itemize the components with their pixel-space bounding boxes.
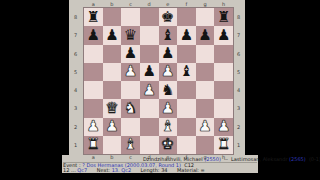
rank-label-1: 1 — [71, 136, 80, 154]
text-segment: 12 ... — [63, 167, 77, 173]
video-frame: abcdefgh 87654321 87654321 ♜♚♜♟♟♛♝♟♟♟♟♟♟… — [0, 0, 320, 180]
moves-line: 12 ... Qc7 Next: 13. Qc2 Length: 34 Mate… — [63, 168, 205, 173]
rank-label-4: 4 — [71, 81, 80, 99]
square-f3 — [177, 99, 196, 117]
piece-black-pawn: ♟ — [124, 46, 137, 61]
square-b2: ♟ — [103, 118, 122, 136]
square-a7: ♟ — [84, 26, 103, 44]
square-a2: ♟ — [84, 118, 103, 136]
rank-label-5: 5 — [71, 63, 80, 81]
square-f1 — [177, 136, 196, 154]
piece-black-bishop: ♝ — [161, 28, 174, 43]
square-g7: ♟ — [196, 26, 215, 44]
square-f5: ♝ — [177, 63, 196, 81]
rank-label-3: 3 — [234, 99, 243, 117]
file-label-b: b — [103, 2, 122, 7]
square-b3: ♛ — [103, 99, 122, 117]
piece-black-bishop: ♝ — [180, 64, 193, 79]
text-segment: Length: 34 Material: = — [131, 167, 205, 173]
file-label-c: c — [121, 2, 140, 7]
piece-black-rook: ♜ — [87, 10, 100, 25]
square-a5 — [84, 63, 103, 81]
square-d8 — [140, 8, 159, 26]
text-segment: Next: — [87, 167, 111, 173]
square-d7 — [140, 26, 159, 44]
file-labels-top: abcdefgh — [84, 2, 233, 7]
square-g1 — [196, 136, 215, 154]
rank-label-1: 1 — [234, 136, 243, 154]
piece-black-pawn: ♟ — [105, 28, 118, 43]
square-d5: ♟ — [140, 63, 159, 81]
square-e2: ♝ — [159, 118, 178, 136]
rank-label-3: 3 — [71, 99, 80, 117]
square-b4 — [103, 81, 122, 99]
square-b5 — [103, 63, 122, 81]
info-panel: abcdefgh Dzindzihashvili, Michael (2550)… — [62, 155, 258, 173]
square-h1: ♜ — [214, 136, 233, 154]
square-e3: ♟ — [159, 99, 178, 117]
square-b8 — [103, 8, 122, 26]
piece-black-pawn: ♟ — [180, 28, 193, 43]
square-e8: ♚ — [159, 8, 178, 26]
file-label-d: d — [140, 2, 159, 7]
square-c5: ♟ — [121, 63, 140, 81]
file-label-h: h — [214, 2, 233, 7]
square-g8 — [196, 8, 215, 26]
square-f6 — [177, 45, 196, 63]
piece-black-pawn: ♟ — [217, 28, 230, 43]
piece-black-rook: ♜ — [217, 10, 230, 25]
rank-label-6: 6 — [234, 45, 243, 63]
square-b7: ♟ — [103, 26, 122, 44]
square-g5 — [196, 63, 215, 81]
piece-black-pawn: ♟ — [198, 28, 211, 43]
square-d3 — [140, 99, 159, 117]
rank-label-2: 2 — [234, 118, 243, 136]
rank-label-2: 2 — [71, 118, 80, 136]
square-e6: ♟ — [159, 45, 178, 63]
square-d1 — [140, 136, 159, 154]
rank-label-8: 8 — [234, 8, 243, 26]
square-e4: ♞ — [159, 81, 178, 99]
file-label-b: b — [103, 155, 122, 160]
square-b6 — [103, 45, 122, 63]
square-h2: ♟ — [214, 118, 233, 136]
file-label-a: a — [84, 155, 103, 160]
square-c1: ♝ — [121, 136, 140, 154]
piece-white-pawn: ♟ — [87, 119, 100, 134]
square-c6: ♟ — [121, 45, 140, 63]
square-a4 — [84, 81, 103, 99]
square-f7: ♟ — [177, 26, 196, 44]
square-c2 — [121, 118, 140, 136]
square-h8: ♜ — [214, 8, 233, 26]
square-a1: ♜ — [84, 136, 103, 154]
piece-white-rook: ♜ — [87, 137, 100, 152]
piece-white-pawn: ♟ — [161, 64, 174, 79]
square-c7: ♛ — [121, 26, 140, 44]
square-a6 — [84, 45, 103, 63]
piece-white-knight: ♞ — [124, 101, 137, 116]
square-f8 — [177, 8, 196, 26]
piece-black-queen: ♛ — [124, 28, 137, 43]
chess-board: ♜♚♜♟♟♛♝♟♟♟♟♟♟♟♟♝♟♞♛♞♟♟♟♝♟♟♜♝♚♜ — [84, 8, 233, 154]
piece-white-queen: ♛ — [105, 101, 118, 116]
piece-black-pawn: ♟ — [142, 64, 155, 79]
text-segment: 13. Qc2 — [112, 167, 131, 173]
rank-label-7: 7 — [71, 26, 80, 44]
rank-label-6: 6 — [71, 45, 80, 63]
square-c8 — [121, 8, 140, 26]
square-a8: ♜ — [84, 8, 103, 26]
piece-black-pawn: ♟ — [161, 46, 174, 61]
piece-white-king: ♚ — [161, 137, 174, 152]
square-a3 — [84, 99, 103, 117]
board-panel: abcdefgh 87654321 87654321 ♜♚♜♟♟♛♝♟♟♟♟♟♟… — [69, 0, 245, 155]
rank-label-8: 8 — [71, 8, 80, 26]
square-h5 — [214, 63, 233, 81]
square-g3 — [196, 99, 215, 117]
file-label-e: e — [159, 2, 178, 7]
square-d2 — [140, 118, 159, 136]
piece-white-bishop: ♝ — [161, 119, 174, 134]
rank-labels-left: 87654321 — [71, 8, 80, 154]
square-g2: ♟ — [196, 118, 215, 136]
rank-labels-right: 87654321 — [234, 8, 243, 154]
piece-white-pawn: ♟ — [217, 119, 230, 134]
square-h6 — [214, 45, 233, 63]
piece-white-pawn: ♟ — [198, 119, 211, 134]
square-e7: ♝ — [159, 26, 178, 44]
square-f2 — [177, 118, 196, 136]
piece-white-rook: ♜ — [217, 137, 230, 152]
square-d4: ♟ — [140, 81, 159, 99]
text-segment: (2565) — [289, 156, 306, 162]
square-d6 — [140, 45, 159, 63]
piece-white-pawn: ♟ — [124, 64, 137, 79]
rank-label-7: 7 — [234, 26, 243, 44]
piece-white-pawn: ♟ — [105, 119, 118, 134]
square-c3: ♞ — [121, 99, 140, 117]
square-g6 — [196, 45, 215, 63]
square-b1 — [103, 136, 122, 154]
piece-black-pawn: ♟ — [87, 28, 100, 43]
piece-black-knight: ♞ — [161, 83, 174, 98]
file-label-f: f — [177, 2, 196, 7]
file-label-g: g — [196, 2, 215, 7]
piece-white-pawn: ♟ — [142, 83, 155, 98]
rank-label-4: 4 — [234, 81, 243, 99]
square-f4 — [177, 81, 196, 99]
rank-label-5: 5 — [234, 63, 243, 81]
square-g4 — [196, 81, 215, 99]
square-e1: ♚ — [159, 136, 178, 154]
piece-black-king: ♚ — [161, 10, 174, 25]
square-e5: ♟ — [159, 63, 178, 81]
piece-white-pawn: ♟ — [161, 101, 174, 116]
text-segment: (0-1) — [306, 156, 320, 162]
square-c4 — [121, 81, 140, 99]
square-h3 — [214, 99, 233, 117]
file-label-c: c — [121, 155, 140, 160]
piece-white-bishop: ♝ — [124, 137, 137, 152]
square-h7: ♟ — [214, 26, 233, 44]
text-segment: Qc7 — [77, 167, 87, 173]
file-label-a: a — [84, 2, 103, 7]
square-h4 — [214, 81, 233, 99]
